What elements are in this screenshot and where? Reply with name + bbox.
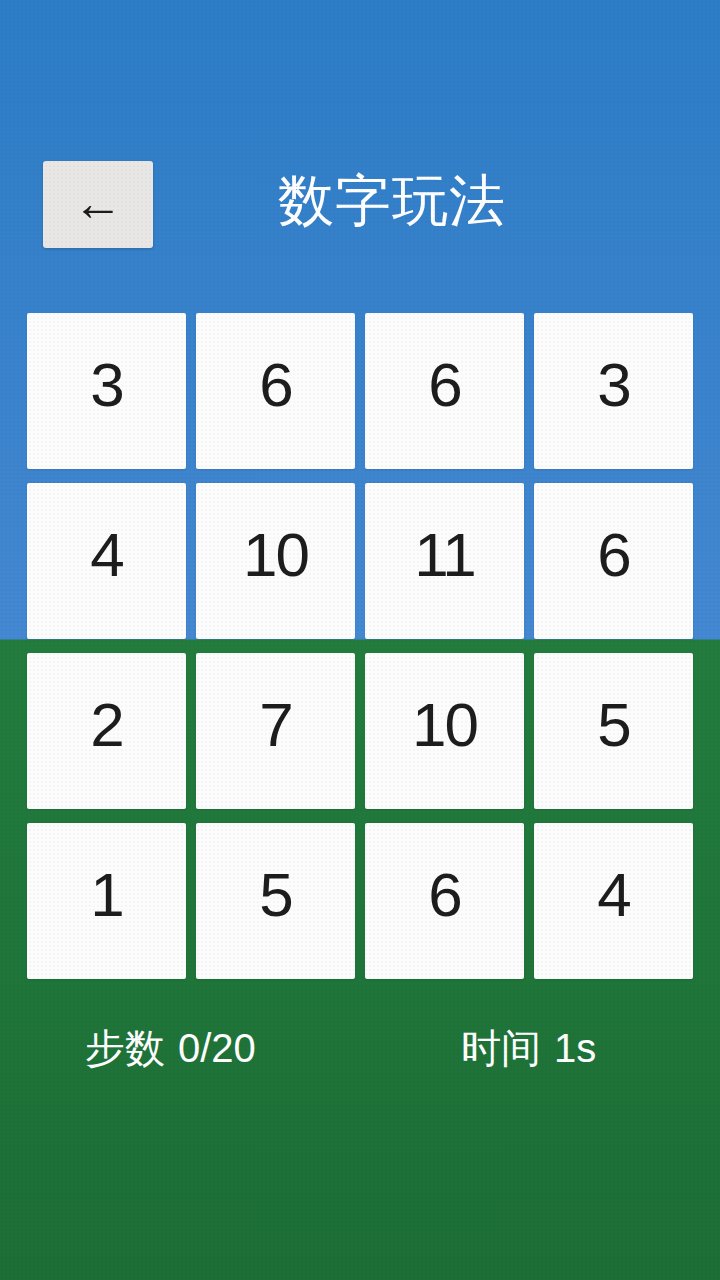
page-title: 数字玩法 [32,170,720,232]
tile-r0c2[interactable]: 6 [365,313,524,469]
tile-r3c3[interactable]: 4 [534,823,693,979]
game-screen: ← 数字玩法 3 6 6 3 4 10 11 6 2 7 10 5 1 5 6 … [0,0,720,1280]
steps-counter: 步数 0/20 [85,1026,256,1070]
puzzle-grid: 3 6 6 3 4 10 11 6 2 7 10 5 1 5 6 4 [27,313,693,979]
steps-label: 步数 [85,1026,165,1070]
tile-r2c2[interactable]: 10 [365,653,524,809]
tile-r0c1[interactable]: 6 [196,313,355,469]
tile-r0c3[interactable]: 3 [534,313,693,469]
tile-r1c2[interactable]: 11 [365,483,524,639]
tile-r2c3[interactable]: 5 [534,653,693,809]
tile-r3c0[interactable]: 1 [27,823,186,979]
tile-r1c3[interactable]: 6 [534,483,693,639]
tile-r3c1[interactable]: 5 [196,823,355,979]
time-counter: 时间 1s [461,1026,596,1070]
tile-r1c0[interactable]: 4 [27,483,186,639]
steps-value: 0/20 [178,1026,256,1070]
time-value: 1s [554,1026,596,1070]
time-label: 时间 [461,1026,541,1070]
tile-r2c1[interactable]: 7 [196,653,355,809]
tile-r3c2[interactable]: 6 [365,823,524,979]
tile-r0c0[interactable]: 3 [27,313,186,469]
tile-r1c1[interactable]: 10 [196,483,355,639]
tile-r2c0[interactable]: 2 [27,653,186,809]
